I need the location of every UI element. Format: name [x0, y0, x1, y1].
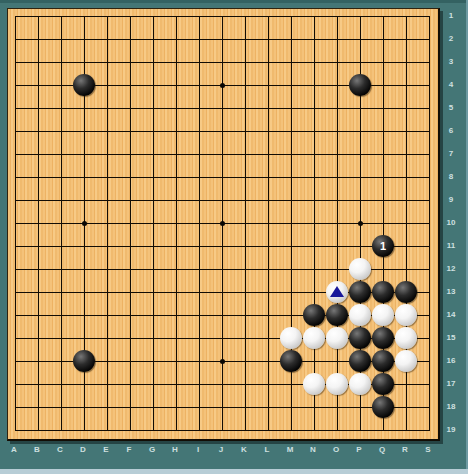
- board-point-J6[interactable]: [211, 120, 234, 143]
- board-point-R4[interactable]: [395, 74, 418, 97]
- board-point-S1[interactable]: [418, 5, 441, 28]
- board-point-O4[interactable]: [326, 74, 349, 97]
- board-point-J19[interactable]: [211, 419, 234, 442]
- board-point-N10[interactable]: [303, 212, 326, 235]
- board-point-O10[interactable]: [326, 212, 349, 235]
- board-point-Q15[interactable]: [372, 327, 395, 350]
- board-point-L2[interactable]: [257, 28, 280, 51]
- board-point-B16[interactable]: [27, 350, 50, 373]
- board-point-H14[interactable]: [165, 304, 188, 327]
- board-point-C6[interactable]: [50, 120, 73, 143]
- board-point-E3[interactable]: [96, 51, 119, 74]
- board-point-H9[interactable]: [165, 189, 188, 212]
- board-point-N4[interactable]: [303, 74, 326, 97]
- board-point-E9[interactable]: [96, 189, 119, 212]
- board-point-J1[interactable]: [211, 5, 234, 28]
- board-point-H10[interactable]: [165, 212, 188, 235]
- board-point-M5[interactable]: [280, 97, 303, 120]
- board-point-J7[interactable]: [211, 143, 234, 166]
- board-point-C19[interactable]: [50, 419, 73, 442]
- board-point-J8[interactable]: [211, 166, 234, 189]
- board-point-Q19[interactable]: [372, 419, 395, 442]
- board-point-I19[interactable]: [188, 419, 211, 442]
- board-point-O14[interactable]: [326, 304, 349, 327]
- board-point-N6[interactable]: [303, 120, 326, 143]
- board-point-A18[interactable]: [4, 396, 27, 419]
- board-point-R11[interactable]: [395, 235, 418, 258]
- board-point-A10[interactable]: [4, 212, 27, 235]
- board-point-I17[interactable]: [188, 373, 211, 396]
- board-point-S6[interactable]: [418, 120, 441, 143]
- board-point-B5[interactable]: [27, 97, 50, 120]
- board-point-Q11[interactable]: 1: [372, 235, 395, 258]
- board-point-J3[interactable]: [211, 51, 234, 74]
- board-point-C9[interactable]: [50, 189, 73, 212]
- board-point-J18[interactable]: [211, 396, 234, 419]
- board-point-R7[interactable]: [395, 143, 418, 166]
- board-point-K4[interactable]: [234, 74, 257, 97]
- board-point-P16[interactable]: [349, 350, 372, 373]
- board-point-H17[interactable]: [165, 373, 188, 396]
- board-point-B13[interactable]: [27, 281, 50, 304]
- board-point-B1[interactable]: [27, 5, 50, 28]
- board-point-G12[interactable]: [142, 258, 165, 281]
- board-point-N15[interactable]: [303, 327, 326, 350]
- board-point-O12[interactable]: [326, 258, 349, 281]
- board-point-Q4[interactable]: [372, 74, 395, 97]
- board-point-I4[interactable]: [188, 74, 211, 97]
- board-point-A17[interactable]: [4, 373, 27, 396]
- board-point-S16[interactable]: [418, 350, 441, 373]
- board-point-B7[interactable]: [27, 143, 50, 166]
- board-point-F8[interactable]: [119, 166, 142, 189]
- board-point-O15[interactable]: [326, 327, 349, 350]
- board-point-A13[interactable]: [4, 281, 27, 304]
- board-point-E8[interactable]: [96, 166, 119, 189]
- board-point-D4[interactable]: [73, 74, 96, 97]
- board-point-D11[interactable]: [73, 235, 96, 258]
- board-point-M19[interactable]: [280, 419, 303, 442]
- board-point-G10[interactable]: [142, 212, 165, 235]
- board-point-S8[interactable]: [418, 166, 441, 189]
- board-point-E16[interactable]: [96, 350, 119, 373]
- board-point-G13[interactable]: [142, 281, 165, 304]
- board-point-M17[interactable]: [280, 373, 303, 396]
- board-point-F9[interactable]: [119, 189, 142, 212]
- board-point-Q7[interactable]: [372, 143, 395, 166]
- board-point-N12[interactable]: [303, 258, 326, 281]
- board-point-B4[interactable]: [27, 74, 50, 97]
- board-point-F18[interactable]: [119, 396, 142, 419]
- board-point-B14[interactable]: [27, 304, 50, 327]
- board-point-O7[interactable]: [326, 143, 349, 166]
- board-point-Q13[interactable]: [372, 281, 395, 304]
- board-point-P11[interactable]: [349, 235, 372, 258]
- board-point-B8[interactable]: [27, 166, 50, 189]
- board-point-L19[interactable]: [257, 419, 280, 442]
- board-point-Q1[interactable]: [372, 5, 395, 28]
- board-point-M7[interactable]: [280, 143, 303, 166]
- board-point-G7[interactable]: [142, 143, 165, 166]
- board-point-I15[interactable]: [188, 327, 211, 350]
- board-point-E5[interactable]: [96, 97, 119, 120]
- board-point-H5[interactable]: [165, 97, 188, 120]
- board-point-J10[interactable]: [211, 212, 234, 235]
- board-point-Q10[interactable]: [372, 212, 395, 235]
- board-point-I9[interactable]: [188, 189, 211, 212]
- board-point-D13[interactable]: [73, 281, 96, 304]
- board-point-K13[interactable]: [234, 281, 257, 304]
- board-point-N9[interactable]: [303, 189, 326, 212]
- board-point-Q6[interactable]: [372, 120, 395, 143]
- board-point-C2[interactable]: [50, 28, 73, 51]
- board-point-I16[interactable]: [188, 350, 211, 373]
- board-point-P2[interactable]: [349, 28, 372, 51]
- board-point-A4[interactable]: [4, 74, 27, 97]
- board-point-P17[interactable]: [349, 373, 372, 396]
- board-point-D9[interactable]: [73, 189, 96, 212]
- board-point-H18[interactable]: [165, 396, 188, 419]
- board-point-A7[interactable]: [4, 143, 27, 166]
- board-point-P1[interactable]: [349, 5, 372, 28]
- board-point-L14[interactable]: [257, 304, 280, 327]
- board-point-O1[interactable]: [326, 5, 349, 28]
- board-point-H3[interactable]: [165, 51, 188, 74]
- board-point-M1[interactable]: [280, 5, 303, 28]
- board-point-I3[interactable]: [188, 51, 211, 74]
- board-point-K12[interactable]: [234, 258, 257, 281]
- board-point-L17[interactable]: [257, 373, 280, 396]
- board-point-C4[interactable]: [50, 74, 73, 97]
- board-point-M2[interactable]: [280, 28, 303, 51]
- board-point-R1[interactable]: [395, 5, 418, 28]
- board-point-R13[interactable]: [395, 281, 418, 304]
- board-point-O11[interactable]: [326, 235, 349, 258]
- board-point-M16[interactable]: [280, 350, 303, 373]
- board-point-G14[interactable]: [142, 304, 165, 327]
- board-point-O3[interactable]: [326, 51, 349, 74]
- board-point-N5[interactable]: [303, 97, 326, 120]
- board-point-G4[interactable]: [142, 74, 165, 97]
- board-point-K2[interactable]: [234, 28, 257, 51]
- board-point-S17[interactable]: [418, 373, 441, 396]
- board-point-D6[interactable]: [73, 120, 96, 143]
- board-point-I1[interactable]: [188, 5, 211, 28]
- board-point-S5[interactable]: [418, 97, 441, 120]
- board-point-R15[interactable]: [395, 327, 418, 350]
- board-point-S12[interactable]: [418, 258, 441, 281]
- board-point-K5[interactable]: [234, 97, 257, 120]
- board-point-F13[interactable]: [119, 281, 142, 304]
- board-point-F14[interactable]: [119, 304, 142, 327]
- board-point-I5[interactable]: [188, 97, 211, 120]
- board-point-R3[interactable]: [395, 51, 418, 74]
- board-point-L3[interactable]: [257, 51, 280, 74]
- board-point-K19[interactable]: [234, 419, 257, 442]
- board-point-G9[interactable]: [142, 189, 165, 212]
- board-point-D7[interactable]: [73, 143, 96, 166]
- board-point-A15[interactable]: [4, 327, 27, 350]
- board-point-C5[interactable]: [50, 97, 73, 120]
- board-point-O8[interactable]: [326, 166, 349, 189]
- board-point-G19[interactable]: [142, 419, 165, 442]
- board-point-E2[interactable]: [96, 28, 119, 51]
- board-point-K6[interactable]: [234, 120, 257, 143]
- board-point-K14[interactable]: [234, 304, 257, 327]
- board-point-S2[interactable]: [418, 28, 441, 51]
- board-point-N16[interactable]: [303, 350, 326, 373]
- board-point-N17[interactable]: [303, 373, 326, 396]
- board-point-H2[interactable]: [165, 28, 188, 51]
- board-point-A8[interactable]: [4, 166, 27, 189]
- board-point-H4[interactable]: [165, 74, 188, 97]
- board-point-R10[interactable]: [395, 212, 418, 235]
- board-point-J14[interactable]: [211, 304, 234, 327]
- board-point-C3[interactable]: [50, 51, 73, 74]
- board-point-C13[interactable]: [50, 281, 73, 304]
- board-point-A2[interactable]: [4, 28, 27, 51]
- board-point-S9[interactable]: [418, 189, 441, 212]
- board-point-E11[interactable]: [96, 235, 119, 258]
- board-point-N18[interactable]: [303, 396, 326, 419]
- board-point-E1[interactable]: [96, 5, 119, 28]
- board-point-P6[interactable]: [349, 120, 372, 143]
- board-point-F19[interactable]: [119, 419, 142, 442]
- board-point-R2[interactable]: [395, 28, 418, 51]
- board-point-L6[interactable]: [257, 120, 280, 143]
- board-point-C12[interactable]: [50, 258, 73, 281]
- board-point-G1[interactable]: [142, 5, 165, 28]
- board-point-A14[interactable]: [4, 304, 27, 327]
- board-point-I11[interactable]: [188, 235, 211, 258]
- board-point-C8[interactable]: [50, 166, 73, 189]
- board-point-M18[interactable]: [280, 396, 303, 419]
- board-point-G5[interactable]: [142, 97, 165, 120]
- board-point-K7[interactable]: [234, 143, 257, 166]
- board-point-K15[interactable]: [234, 327, 257, 350]
- board-point-C17[interactable]: [50, 373, 73, 396]
- board-point-D10[interactable]: [73, 212, 96, 235]
- board-point-F3[interactable]: [119, 51, 142, 74]
- board-point-H15[interactable]: [165, 327, 188, 350]
- board-point-L12[interactable]: [257, 258, 280, 281]
- board-point-D12[interactable]: [73, 258, 96, 281]
- board-point-P18[interactable]: [349, 396, 372, 419]
- board-point-D19[interactable]: [73, 419, 96, 442]
- board-point-A11[interactable]: [4, 235, 27, 258]
- board-point-F6[interactable]: [119, 120, 142, 143]
- board-point-G11[interactable]: [142, 235, 165, 258]
- board-point-O6[interactable]: [326, 120, 349, 143]
- board-point-C7[interactable]: [50, 143, 73, 166]
- board-point-R19[interactable]: [395, 419, 418, 442]
- board-point-F7[interactable]: [119, 143, 142, 166]
- board-point-C11[interactable]: [50, 235, 73, 258]
- board-point-C16[interactable]: [50, 350, 73, 373]
- board-point-S4[interactable]: [418, 74, 441, 97]
- board-point-M4[interactable]: [280, 74, 303, 97]
- board-point-D17[interactable]: [73, 373, 96, 396]
- board-point-K17[interactable]: [234, 373, 257, 396]
- board-point-K1[interactable]: [234, 5, 257, 28]
- board-point-Q18[interactable]: [372, 396, 395, 419]
- board-point-S11[interactable]: [418, 235, 441, 258]
- board-point-P12[interactable]: [349, 258, 372, 281]
- board-point-H19[interactable]: [165, 419, 188, 442]
- board-point-G2[interactable]: [142, 28, 165, 51]
- board-point-E4[interactable]: [96, 74, 119, 97]
- board-point-I14[interactable]: [188, 304, 211, 327]
- board-point-L5[interactable]: [257, 97, 280, 120]
- board-point-D15[interactable]: [73, 327, 96, 350]
- board-point-P5[interactable]: [349, 97, 372, 120]
- board-point-L16[interactable]: [257, 350, 280, 373]
- board-point-I13[interactable]: [188, 281, 211, 304]
- board-point-P15[interactable]: [349, 327, 372, 350]
- board-point-N11[interactable]: [303, 235, 326, 258]
- board-point-Q2[interactable]: [372, 28, 395, 51]
- board-point-J5[interactable]: [211, 97, 234, 120]
- board-point-D5[interactable]: [73, 97, 96, 120]
- board-point-R12[interactable]: [395, 258, 418, 281]
- board-point-K9[interactable]: [234, 189, 257, 212]
- board-point-O17[interactable]: [326, 373, 349, 396]
- board-point-B18[interactable]: [27, 396, 50, 419]
- board-point-F1[interactable]: [119, 5, 142, 28]
- board-point-C14[interactable]: [50, 304, 73, 327]
- board-point-Q17[interactable]: [372, 373, 395, 396]
- board-point-M10[interactable]: [280, 212, 303, 235]
- board-point-P10[interactable]: [349, 212, 372, 235]
- board-point-E7[interactable]: [96, 143, 119, 166]
- board-point-C18[interactable]: [50, 396, 73, 419]
- board-point-R17[interactable]: [395, 373, 418, 396]
- board-point-I8[interactable]: [188, 166, 211, 189]
- board-point-O9[interactable]: [326, 189, 349, 212]
- board-point-Q3[interactable]: [372, 51, 395, 74]
- board-point-N8[interactable]: [303, 166, 326, 189]
- board-point-B19[interactable]: [27, 419, 50, 442]
- board-point-F12[interactable]: [119, 258, 142, 281]
- board-point-K10[interactable]: [234, 212, 257, 235]
- board-point-E10[interactable]: [96, 212, 119, 235]
- board-point-N2[interactable]: [303, 28, 326, 51]
- board-point-H16[interactable]: [165, 350, 188, 373]
- board-point-E15[interactable]: [96, 327, 119, 350]
- board-point-K18[interactable]: [234, 396, 257, 419]
- board-point-H7[interactable]: [165, 143, 188, 166]
- board-point-D8[interactable]: [73, 166, 96, 189]
- board-point-B11[interactable]: [27, 235, 50, 258]
- board-point-E18[interactable]: [96, 396, 119, 419]
- board-point-A9[interactable]: [4, 189, 27, 212]
- board-point-H12[interactable]: [165, 258, 188, 281]
- board-point-H13[interactable]: [165, 281, 188, 304]
- board-point-L9[interactable]: [257, 189, 280, 212]
- board-point-L1[interactable]: [257, 5, 280, 28]
- board-point-M3[interactable]: [280, 51, 303, 74]
- board-point-S15[interactable]: [418, 327, 441, 350]
- board-point-A16[interactable]: [4, 350, 27, 373]
- board-point-A19[interactable]: [4, 419, 27, 442]
- board-point-Q8[interactable]: [372, 166, 395, 189]
- board-point-D14[interactable]: [73, 304, 96, 327]
- board-point-F17[interactable]: [119, 373, 142, 396]
- board-point-G3[interactable]: [142, 51, 165, 74]
- board-point-P13[interactable]: [349, 281, 372, 304]
- board-point-P9[interactable]: [349, 189, 372, 212]
- board-point-N13[interactable]: [303, 281, 326, 304]
- board-point-I12[interactable]: [188, 258, 211, 281]
- board-point-B12[interactable]: [27, 258, 50, 281]
- board-point-R14[interactable]: [395, 304, 418, 327]
- board-point-J12[interactable]: [211, 258, 234, 281]
- board-point-E19[interactable]: [96, 419, 119, 442]
- board-point-O5[interactable]: [326, 97, 349, 120]
- board-point-G17[interactable]: [142, 373, 165, 396]
- board-point-N7[interactable]: [303, 143, 326, 166]
- board-point-M14[interactable]: [280, 304, 303, 327]
- board-point-M6[interactable]: [280, 120, 303, 143]
- board-point-I2[interactable]: [188, 28, 211, 51]
- board-point-P7[interactable]: [349, 143, 372, 166]
- board-point-A5[interactable]: [4, 97, 27, 120]
- board-point-J9[interactable]: [211, 189, 234, 212]
- board-point-L7[interactable]: [257, 143, 280, 166]
- board-point-P14[interactable]: [349, 304, 372, 327]
- board-point-M9[interactable]: [280, 189, 303, 212]
- board-point-R5[interactable]: [395, 97, 418, 120]
- board-point-P4[interactable]: [349, 74, 372, 97]
- board-point-M11[interactable]: [280, 235, 303, 258]
- board-point-N3[interactable]: [303, 51, 326, 74]
- board-point-D1[interactable]: [73, 5, 96, 28]
- board-point-S7[interactable]: [418, 143, 441, 166]
- board-point-E17[interactable]: [96, 373, 119, 396]
- board-point-J2[interactable]: [211, 28, 234, 51]
- board-point-F5[interactable]: [119, 97, 142, 120]
- board-point-B17[interactable]: [27, 373, 50, 396]
- board-point-S19[interactable]: [418, 419, 441, 442]
- board-point-E13[interactable]: [96, 281, 119, 304]
- board-point-A1[interactable]: [4, 5, 27, 28]
- board-point-J13[interactable]: [211, 281, 234, 304]
- board-point-H11[interactable]: [165, 235, 188, 258]
- board-point-J11[interactable]: [211, 235, 234, 258]
- board-point-F16[interactable]: [119, 350, 142, 373]
- board-point-Q5[interactable]: [372, 97, 395, 120]
- board-point-G6[interactable]: [142, 120, 165, 143]
- board-point-R9[interactable]: [395, 189, 418, 212]
- board-point-L4[interactable]: [257, 74, 280, 97]
- board-point-J15[interactable]: [211, 327, 234, 350]
- board-point-B6[interactable]: [27, 120, 50, 143]
- board-point-O13[interactable]: [326, 281, 349, 304]
- board-point-F11[interactable]: [119, 235, 142, 258]
- board-point-K3[interactable]: [234, 51, 257, 74]
- board-point-S10[interactable]: [418, 212, 441, 235]
- board-point-P8[interactable]: [349, 166, 372, 189]
- board-point-Q9[interactable]: [372, 189, 395, 212]
- board-point-S3[interactable]: [418, 51, 441, 74]
- board-point-J4[interactable]: [211, 74, 234, 97]
- board-point-L10[interactable]: [257, 212, 280, 235]
- board-point-B3[interactable]: [27, 51, 50, 74]
- board-point-N1[interactable]: [303, 5, 326, 28]
- board-point-R18[interactable]: [395, 396, 418, 419]
- board-point-D2[interactable]: [73, 28, 96, 51]
- board-point-G16[interactable]: [142, 350, 165, 373]
